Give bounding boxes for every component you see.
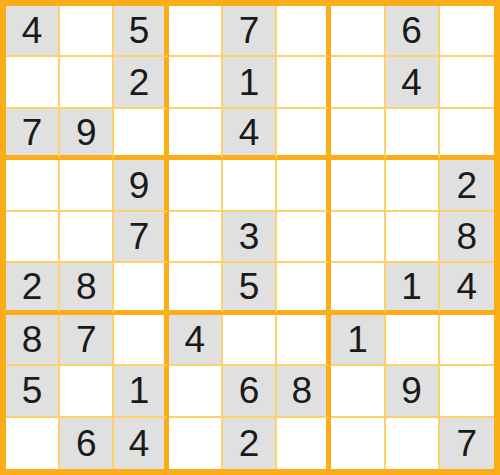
cell-r1c2[interactable] xyxy=(60,6,114,57)
cell-r3c6[interactable] xyxy=(277,109,331,160)
cell-r8c5: 6 xyxy=(223,366,277,417)
cell-r7c6[interactable] xyxy=(277,315,331,366)
cell-r6c5: 5 xyxy=(223,263,277,314)
cell-r6c7[interactable] xyxy=(331,263,385,314)
cell-r5c4[interactable] xyxy=(169,212,223,263)
cell-r9c2: 6 xyxy=(60,418,114,469)
cell-r1c5: 7 xyxy=(223,6,277,57)
cell-r2c3: 2 xyxy=(114,57,168,108)
cell-r2c6[interactable] xyxy=(277,57,331,108)
cell-r5c8[interactable] xyxy=(386,212,440,263)
cell-r3c4[interactable] xyxy=(169,109,223,160)
cell-r4c3: 9 xyxy=(114,160,168,211)
cell-r4c8[interactable] xyxy=(386,160,440,211)
cell-r5c1[interactable] xyxy=(6,212,60,263)
cell-r6c6[interactable] xyxy=(277,263,331,314)
cell-r7c9[interactable] xyxy=(440,315,494,366)
cell-r8c4[interactable] xyxy=(169,366,223,417)
cell-r1c7[interactable] xyxy=(331,6,385,57)
cell-r9c6[interactable] xyxy=(277,418,331,469)
cell-r4c1[interactable] xyxy=(6,160,60,211)
cell-r1c4[interactable] xyxy=(169,6,223,57)
cell-r5c3: 7 xyxy=(114,212,168,263)
cell-r9c9: 7 xyxy=(440,418,494,469)
cell-r2c7[interactable] xyxy=(331,57,385,108)
sudoku-board: 457621479492738285148741516896427 xyxy=(0,0,500,475)
cell-r7c4: 4 xyxy=(169,315,223,366)
cell-r4c5[interactable] xyxy=(223,160,277,211)
cell-r5c9: 8 xyxy=(440,212,494,263)
cell-r9c5: 2 xyxy=(223,418,277,469)
cell-r8c6: 8 xyxy=(277,366,331,417)
cell-r3c7[interactable] xyxy=(331,109,385,160)
cell-r9c7[interactable] xyxy=(331,418,385,469)
cell-r3c8[interactable] xyxy=(386,109,440,160)
cell-r7c2: 7 xyxy=(60,315,114,366)
cell-r3c2: 9 xyxy=(60,109,114,160)
cell-r2c2[interactable] xyxy=(60,57,114,108)
cell-r2c5: 1 xyxy=(223,57,277,108)
cell-r4c6[interactable] xyxy=(277,160,331,211)
cell-r9c8[interactable] xyxy=(386,418,440,469)
cell-r6c3[interactable] xyxy=(114,263,168,314)
cell-r9c4[interactable] xyxy=(169,418,223,469)
cell-r6c4[interactable] xyxy=(169,263,223,314)
cell-r2c8: 4 xyxy=(386,57,440,108)
cell-r1c6[interactable] xyxy=(277,6,331,57)
cell-r1c9[interactable] xyxy=(440,6,494,57)
cell-r8c1: 5 xyxy=(6,366,60,417)
cell-r4c2[interactable] xyxy=(60,160,114,211)
cell-r6c2: 8 xyxy=(60,263,114,314)
cell-r8c3: 1 xyxy=(114,366,168,417)
cell-r3c9[interactable] xyxy=(440,109,494,160)
cell-r3c3[interactable] xyxy=(114,109,168,160)
cell-r4c7[interactable] xyxy=(331,160,385,211)
cell-r1c8: 6 xyxy=(386,6,440,57)
cell-r2c1[interactable] xyxy=(6,57,60,108)
cell-r7c1: 8 xyxy=(6,315,60,366)
cell-r1c1: 4 xyxy=(6,6,60,57)
cell-r5c6[interactable] xyxy=(277,212,331,263)
cell-r5c5: 3 xyxy=(223,212,277,263)
cell-r6c8: 1 xyxy=(386,263,440,314)
cell-r3c5: 4 xyxy=(223,109,277,160)
cell-r6c1: 2 xyxy=(6,263,60,314)
cell-r6c9: 4 xyxy=(440,263,494,314)
cell-r8c7[interactable] xyxy=(331,366,385,417)
cell-r2c9[interactable] xyxy=(440,57,494,108)
cell-r4c9: 2 xyxy=(440,160,494,211)
cell-r7c7: 1 xyxy=(331,315,385,366)
cell-r7c5[interactable] xyxy=(223,315,277,366)
cell-r1c3: 5 xyxy=(114,6,168,57)
cell-r5c2[interactable] xyxy=(60,212,114,263)
cell-r3c1: 7 xyxy=(6,109,60,160)
cell-r9c1[interactable] xyxy=(6,418,60,469)
cell-r5c7[interactable] xyxy=(331,212,385,263)
cell-r8c9[interactable] xyxy=(440,366,494,417)
cell-r8c2[interactable] xyxy=(60,366,114,417)
cell-r9c3: 4 xyxy=(114,418,168,469)
cell-r8c8: 9 xyxy=(386,366,440,417)
cell-r4c4[interactable] xyxy=(169,160,223,211)
cell-r7c8[interactable] xyxy=(386,315,440,366)
cell-r2c4[interactable] xyxy=(169,57,223,108)
cell-r7c3[interactable] xyxy=(114,315,168,366)
